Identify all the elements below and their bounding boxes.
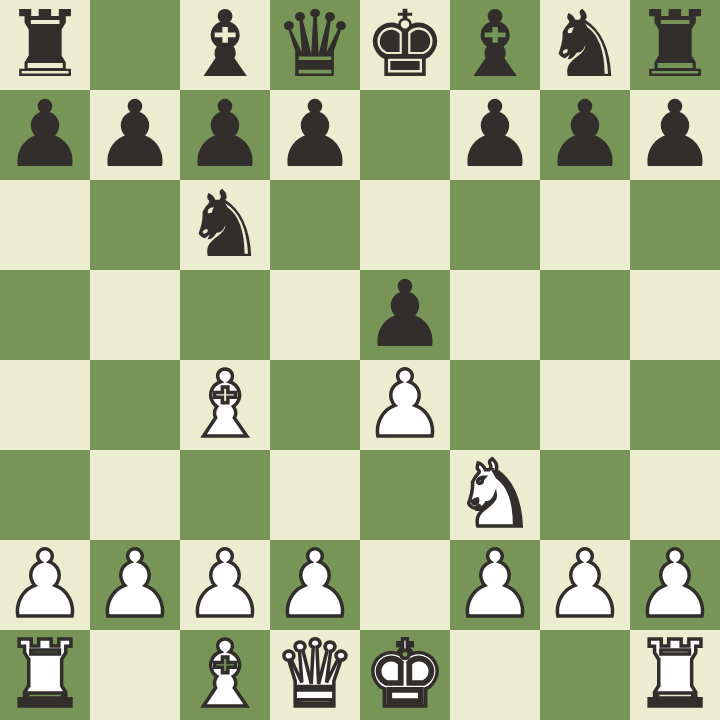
square-e6[interactable] [360,180,450,270]
piece-black-rook-h8[interactable]: ♜︎ [634,0,716,91]
square-g7[interactable]: ♟︎ [540,90,630,180]
square-d6[interactable] [270,180,360,270]
piece-white-pawn-d2[interactable]: ♟︎ [274,539,356,631]
square-f2[interactable]: ♟︎ [450,540,540,630]
piece-black-pawn-g7[interactable]: ♟︎ [544,89,626,181]
square-h3[interactable] [630,450,720,540]
square-d5[interactable] [270,270,360,360]
piece-black-bishop-f8[interactable]: ♝︎ [454,0,536,91]
square-d4[interactable] [270,360,360,450]
piece-white-bishop-c1[interactable]: ♝︎ [184,629,266,720]
square-e2[interactable] [360,540,450,630]
square-c2[interactable]: ♟︎ [180,540,270,630]
piece-black-pawn-c7[interactable]: ♟︎ [184,89,266,181]
piece-white-pawn-g2[interactable]: ♟︎ [544,539,626,631]
square-h4[interactable] [630,360,720,450]
piece-white-queen-d1[interactable]: ♛︎ [274,629,356,720]
square-f3[interactable]: ♞︎ [450,450,540,540]
square-b6[interactable] [90,180,180,270]
square-c6[interactable]: ♞︎ [180,180,270,270]
square-h5[interactable] [630,270,720,360]
square-e4[interactable]: ♟︎ [360,360,450,450]
piece-black-knight-g8[interactable]: ♞︎ [544,0,626,91]
square-e7[interactable] [360,90,450,180]
piece-black-pawn-h7[interactable]: ♟︎ [634,89,716,181]
square-h6[interactable] [630,180,720,270]
piece-black-pawn-f7[interactable]: ♟︎ [454,89,536,181]
square-f1[interactable] [450,630,540,720]
square-a1[interactable]: ♜︎ [0,630,90,720]
square-h1[interactable]: ♜︎ [630,630,720,720]
piece-white-knight-f3[interactable]: ♞︎ [454,449,536,541]
square-g8[interactable]: ♞︎ [540,0,630,90]
piece-white-pawn-b2[interactable]: ♟︎ [94,539,176,631]
square-b7[interactable]: ♟︎ [90,90,180,180]
square-a2[interactable]: ♟︎ [0,540,90,630]
square-a4[interactable] [0,360,90,450]
square-f7[interactable]: ♟︎ [450,90,540,180]
square-f5[interactable] [450,270,540,360]
square-f8[interactable]: ♝︎ [450,0,540,90]
square-g6[interactable] [540,180,630,270]
square-c5[interactable] [180,270,270,360]
piece-white-pawn-f2[interactable]: ♟︎ [454,539,536,631]
square-e8[interactable]: ♚︎ [360,0,450,90]
piece-black-king-e8[interactable]: ♚︎ [364,0,446,91]
square-g4[interactable] [540,360,630,450]
piece-black-pawn-e5[interactable]: ♟︎ [364,269,446,361]
square-h7[interactable]: ♟︎ [630,90,720,180]
square-e5[interactable]: ♟︎ [360,270,450,360]
piece-white-rook-h1[interactable]: ♜︎ [634,629,716,720]
square-b4[interactable] [90,360,180,450]
piece-white-king-e1[interactable]: ♚︎ [364,629,446,720]
square-a6[interactable] [0,180,90,270]
square-a8[interactable]: ♜︎ [0,0,90,90]
chess-board: ♜︎♝︎♛︎♚︎♝︎♞︎♜︎♟︎♟︎♟︎♟︎♟︎♟︎♟︎♞︎♟︎♝︎♟︎♞︎♟︎… [0,0,720,720]
square-d8[interactable]: ♛︎ [270,0,360,90]
square-h8[interactable]: ♜︎ [630,0,720,90]
square-d3[interactable] [270,450,360,540]
square-g3[interactable] [540,450,630,540]
piece-white-rook-a1[interactable]: ♜︎ [4,629,86,720]
piece-black-queen-d8[interactable]: ♛︎ [274,0,356,91]
square-c3[interactable] [180,450,270,540]
square-a7[interactable]: ♟︎ [0,90,90,180]
square-b1[interactable] [90,630,180,720]
square-f6[interactable] [450,180,540,270]
square-g5[interactable] [540,270,630,360]
piece-black-pawn-a7[interactable]: ♟︎ [4,89,86,181]
square-d2[interactable]: ♟︎ [270,540,360,630]
square-b5[interactable] [90,270,180,360]
piece-white-bishop-c4[interactable]: ♝︎ [184,359,266,451]
square-b2[interactable]: ♟︎ [90,540,180,630]
square-c7[interactable]: ♟︎ [180,90,270,180]
square-e1[interactable]: ♚︎ [360,630,450,720]
square-b8[interactable] [90,0,180,90]
piece-black-pawn-b7[interactable]: ♟︎ [94,89,176,181]
piece-white-pawn-h2[interactable]: ♟︎ [634,539,716,631]
square-h2[interactable]: ♟︎ [630,540,720,630]
square-d7[interactable]: ♟︎ [270,90,360,180]
square-b3[interactable] [90,450,180,540]
square-a3[interactable] [0,450,90,540]
piece-black-pawn-d7[interactable]: ♟︎ [274,89,356,181]
piece-black-rook-a8[interactable]: ♜︎ [4,0,86,91]
square-g1[interactable] [540,630,630,720]
square-d1[interactable]: ♛︎ [270,630,360,720]
piece-black-bishop-c8[interactable]: ♝︎ [184,0,266,91]
piece-white-pawn-e4[interactable]: ♟︎ [364,359,446,451]
square-c8[interactable]: ♝︎ [180,0,270,90]
piece-white-pawn-c2[interactable]: ♟︎ [184,539,266,631]
square-c1[interactable]: ♝︎ [180,630,270,720]
square-f4[interactable] [450,360,540,450]
square-e3[interactable] [360,450,450,540]
square-c4[interactable]: ♝︎ [180,360,270,450]
square-a5[interactable] [0,270,90,360]
piece-white-pawn-a2[interactable]: ♟︎ [4,539,86,631]
piece-black-knight-c6[interactable]: ♞︎ [184,179,266,271]
square-g2[interactable]: ♟︎ [540,540,630,630]
